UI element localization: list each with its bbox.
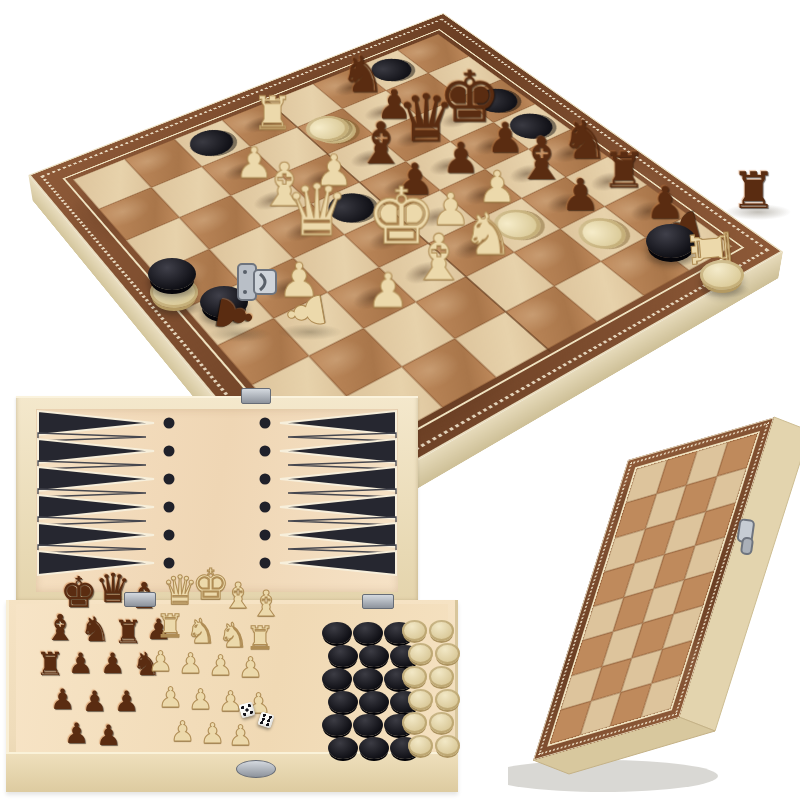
backgammon-dot	[260, 530, 271, 541]
tray-checker-black	[353, 668, 383, 690]
square-f1	[554, 261, 644, 321]
tray-checker-cream	[408, 689, 433, 710]
checker_cream	[700, 260, 744, 290]
boxed-light-p: ♟	[148, 648, 173, 676]
light-p-glyph: ♟	[334, 267, 443, 315]
tray-checker-black	[353, 714, 383, 736]
square-e1	[506, 286, 597, 349]
tray-checker-black	[322, 714, 352, 736]
tray-checker-black	[322, 622, 352, 644]
backgammon-dot	[260, 558, 271, 569]
product-photo-3in1-game-set: ♜♞♟♟♝♟♝♛♚♛♟♟♟♟♚♟♟♝♞♟♝♞♟♜♟ ♟♟♜♟♜ ♚♛♝♝♞♜♟♜…	[0, 0, 800, 800]
backgammon-dot	[164, 418, 175, 429]
boxed-dark-r: ♜	[36, 648, 65, 680]
boxed-light-n: ♞	[218, 618, 248, 652]
boxed-dark-p: ♟	[114, 688, 139, 716]
backgammon-dot	[164, 530, 175, 541]
boxed-dark-b: ♝	[44, 610, 76, 646]
boxed-dark-p: ♟	[68, 650, 93, 678]
backgammon-dot	[260, 474, 271, 485]
boxed-dark-p: ♟	[50, 686, 75, 714]
tray-checker-black	[359, 691, 389, 713]
main-board-scene: ♜♞♟♟♝♟♝♛♚♛♟♟♟♟♚♟♟♝♞♟♝♞♟♜♟	[0, 0, 800, 412]
tray-checker-cream	[402, 620, 427, 641]
tray-checker-black	[328, 691, 358, 713]
tray-checker-cream	[402, 712, 427, 733]
tray-checker-black	[322, 668, 352, 690]
pawn-lying-light: ♟	[278, 287, 333, 338]
tray-checker-cream	[408, 643, 433, 664]
box-hinge-1	[124, 592, 156, 607]
tray-checker-black	[328, 737, 358, 759]
backgammon-point	[38, 523, 154, 547]
folded-shadow	[508, 760, 718, 792]
boxed-light-r: ♜	[156, 610, 185, 642]
backgammon-dot	[260, 502, 271, 513]
backgammon-point	[280, 495, 396, 519]
tray-checker-cream	[435, 735, 460, 756]
boxed-light-p: ♟	[238, 654, 263, 682]
backgammon-point	[280, 523, 396, 547]
tray-checker-black	[359, 645, 389, 667]
boxed-dark-p: ♟	[64, 720, 89, 748]
tray-checker-cream	[435, 643, 460, 664]
box-hinge-2	[362, 594, 394, 609]
backgammon-dot	[164, 502, 175, 513]
backgammon-dot	[164, 446, 175, 457]
boxed-light-n: ♞	[186, 614, 216, 648]
tray-checker-black	[353, 622, 383, 644]
main-board-latch	[234, 260, 284, 306]
tray-checker-black	[328, 645, 358, 667]
tray-checker-cream	[435, 689, 460, 710]
rook-standing-dark: ♜	[731, 166, 776, 216]
tray-checker-cream	[429, 666, 454, 687]
boxed-dark-p: ♟	[100, 650, 125, 678]
backgammon-point	[280, 467, 396, 491]
tray-checker-cream	[402, 666, 427, 687]
backgammon-dot	[260, 418, 271, 429]
boxed-light-b: ♝	[250, 586, 282, 622]
boxed-dark-n: ♞	[80, 612, 110, 646]
boxed-light-p: ♟	[158, 684, 183, 712]
box-front-wall	[6, 752, 458, 792]
boxed-dark-p: ♟	[96, 722, 121, 750]
boxed-dark-p: ♟	[82, 688, 107, 716]
backgammon-dot	[164, 474, 175, 485]
tray-checker-cream	[429, 620, 454, 641]
tray-checker-black	[359, 737, 389, 759]
boxed-light-p: ♟	[200, 720, 225, 748]
boxed-dark-r: ♜	[114, 616, 143, 648]
backgammon-point	[38, 439, 154, 463]
boxed-light-p: ♟	[178, 650, 203, 678]
tray-checker-cream	[429, 712, 454, 733]
box-emblem	[236, 760, 276, 778]
folded-clasp	[736, 518, 758, 558]
backgammon-dot	[260, 446, 271, 457]
backgammon-point	[280, 551, 396, 575]
folded-board	[508, 398, 800, 798]
backgammon-point	[38, 467, 154, 491]
backgammon-point	[38, 411, 154, 435]
boxed-light-p: ♟	[208, 652, 233, 680]
boxed-light-p: ♟	[188, 686, 213, 714]
checker_black	[148, 258, 196, 290]
boxed-light-r: ♜	[246, 622, 275, 654]
backgammon-point	[280, 411, 396, 435]
backgammon-point	[280, 439, 396, 463]
backgammon-point	[38, 495, 154, 519]
boxed-light-p: ♟	[170, 718, 195, 746]
square-d1	[455, 312, 548, 378]
boxed-light-p: ♟	[228, 722, 253, 750]
lid-clasp	[241, 388, 271, 404]
tray-checker-cream	[408, 735, 433, 756]
